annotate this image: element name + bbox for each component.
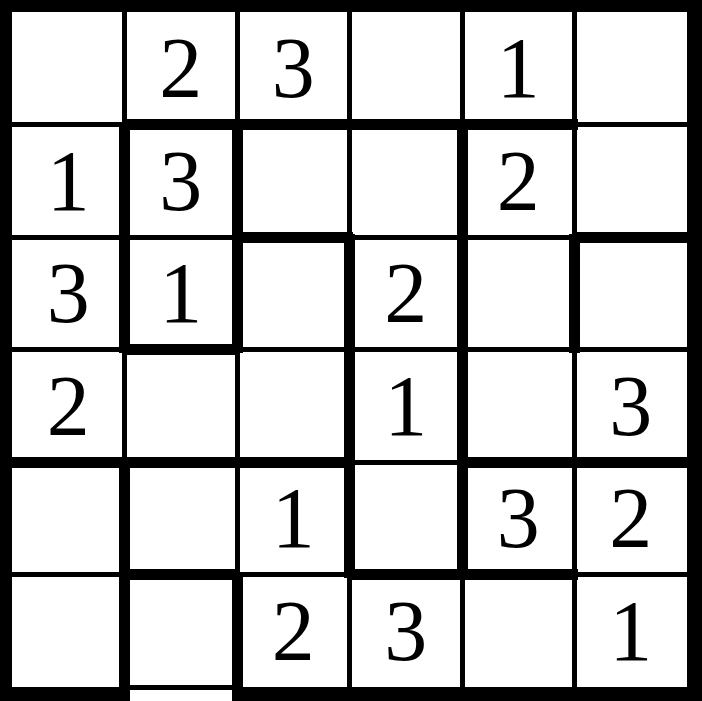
cell-r5c6[interactable]: 2 (575, 462, 688, 575)
cell-r3c6[interactable] (575, 237, 688, 350)
cell-r2c3[interactable] (237, 125, 350, 238)
cell-r2c4[interactable] (350, 125, 463, 238)
cell-r6c3[interactable]: 2 (237, 575, 350, 688)
cell-r2c2[interactable]: 3 (125, 125, 238, 238)
cell-r5c1[interactable] (12, 462, 125, 575)
cell-r6c4[interactable]: 3 (350, 575, 463, 688)
outer-border-bottom-right-of-gap (232, 687, 702, 701)
cell-r5c2[interactable] (125, 462, 238, 575)
cell-r1c1[interactable] (12, 12, 125, 125)
cell-r3c3[interactable] (237, 237, 350, 350)
cell-r6c5[interactable] (462, 575, 575, 688)
cell-r4c3[interactable] (237, 350, 350, 463)
cell-r5c5[interactable]: 3 (462, 462, 575, 575)
cell-r6c2[interactable] (125, 575, 238, 688)
cell-r3c5[interactable] (462, 237, 575, 350)
cell-r4c6[interactable]: 3 (575, 350, 688, 463)
cell-grid: 231132312213132231 (12, 12, 687, 687)
cell-r4c2[interactable] (125, 350, 238, 463)
cell-r3c1[interactable]: 3 (12, 237, 125, 350)
cell-r1c5[interactable]: 1 (462, 12, 575, 125)
outer-border-right (687, 0, 702, 701)
cell-r4c5[interactable] (462, 350, 575, 463)
cell-r1c4[interactable] (350, 12, 463, 125)
outer-border-top (0, 0, 702, 12)
outer-border-left (0, 0, 12, 701)
cell-r4c4[interactable]: 1 (350, 350, 463, 463)
cell-r4c1[interactable]: 2 (12, 350, 125, 463)
cell-r3c4[interactable]: 2 (350, 237, 463, 350)
cell-r6c1[interactable] (12, 575, 125, 688)
cell-r1c3[interactable]: 3 (237, 12, 350, 125)
cell-r2c6[interactable] (575, 125, 688, 238)
cell-r2c1[interactable]: 1 (12, 125, 125, 238)
cell-r3c2[interactable]: 1 (125, 237, 238, 350)
cell-r5c3[interactable]: 1 (237, 462, 350, 575)
puzzle-board: 231132312213132231 (0, 0, 702, 701)
cell-r5c4[interactable] (350, 462, 463, 575)
cell-r1c2[interactable]: 2 (125, 12, 238, 125)
outer-border-bottom-left-of-gap (0, 687, 130, 701)
cell-r1c6[interactable] (575, 12, 688, 125)
cell-r6c6[interactable]: 1 (575, 575, 688, 688)
cell-r2c5[interactable]: 2 (462, 125, 575, 238)
